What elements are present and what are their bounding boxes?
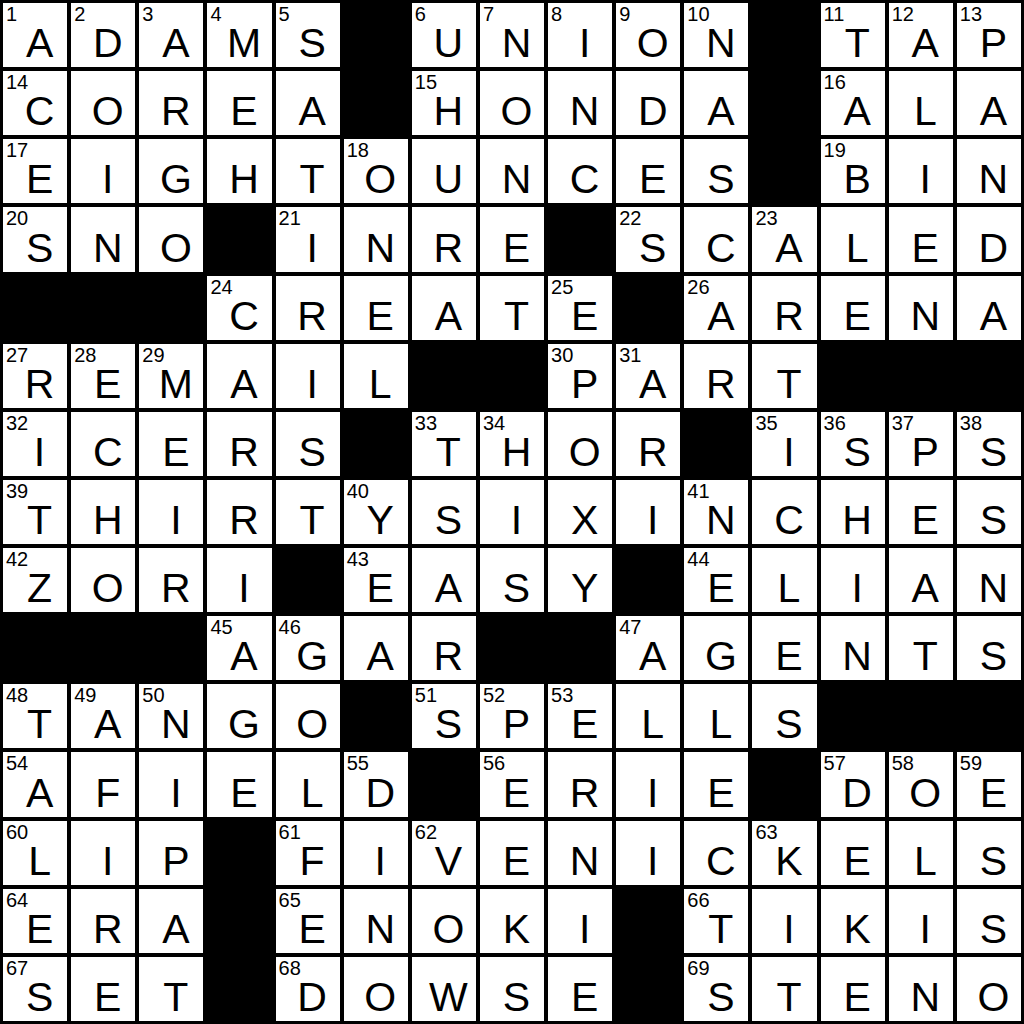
grid-cell[interactable]: E (344, 276, 408, 340)
black-cell (548, 616, 612, 680)
cell-letter: I (71, 841, 135, 882)
grid-cell[interactable]: 61F (276, 821, 340, 885)
cell-letter: N (684, 23, 748, 64)
grid-cell[interactable]: L (889, 821, 953, 885)
grid-cell[interactable]: L (684, 684, 748, 748)
cell-letter: L (276, 773, 340, 814)
grid-cell[interactable]: L (889, 71, 953, 135)
black-cell (616, 957, 680, 1021)
grid-cell[interactable]: 26A (684, 276, 748, 340)
grid-cell[interactable]: H (207, 139, 271, 203)
grid-cell[interactable]: R (139, 548, 203, 612)
grid-cell[interactable]: I (548, 889, 612, 953)
cell-letter: H (412, 91, 476, 132)
cell-letter: D (276, 977, 340, 1018)
grid-cell[interactable]: G (139, 139, 203, 203)
cell-letter: A (616, 364, 680, 405)
grid-cell[interactable]: I (752, 889, 816, 953)
grid-cell[interactable]: A (684, 71, 748, 135)
grid-cell[interactable]: L (344, 344, 408, 408)
grid-cell[interactable]: I (616, 752, 680, 816)
grid-cell[interactable]: A (889, 548, 953, 612)
grid-cell[interactable]: 29M (139, 344, 203, 408)
clue-number: 9 (619, 4, 630, 25)
grid-cell[interactable]: H (71, 480, 135, 544)
cell-letter: T (3, 500, 67, 541)
grid-cell[interactable]: 28E (71, 344, 135, 408)
grid-cell[interactable]: 19B (821, 139, 885, 203)
cell-letter: O (139, 228, 203, 269)
clue-number: 8 (551, 4, 562, 25)
crossword-grid: 1A2D3A4M5S6U7N8I9O10N11T12A13P14COREA15H… (0, 0, 1024, 1024)
grid-cell[interactable]: 11T (821, 3, 885, 67)
grid-cell[interactable]: R (207, 480, 271, 544)
grid-cell[interactable]: Y (548, 548, 612, 612)
cell-letter: O (616, 23, 680, 64)
cell-letter: E (480, 841, 544, 882)
grid-cell[interactable]: I (71, 821, 135, 885)
grid-cell[interactable]: E (821, 957, 885, 1021)
cell-letter: E (821, 296, 885, 337)
grid-cell[interactable]: E (207, 752, 271, 816)
grid-cell[interactable]: 50N (139, 684, 203, 748)
cell-letter: S (957, 500, 1021, 541)
cell-letter: P (480, 704, 544, 745)
grid-cell[interactable]: O (139, 207, 203, 271)
grid-cell[interactable]: L (752, 548, 816, 612)
cell-letter: W (412, 977, 476, 1018)
grid-cell[interactable]: R (276, 276, 340, 340)
grid-cell[interactable]: I (480, 480, 544, 544)
grid-cell[interactable]: 57D (821, 752, 885, 816)
grid-cell[interactable]: R (412, 616, 476, 680)
cell-letter: O (412, 909, 476, 950)
clue-number: 2 (74, 4, 85, 25)
clue-number: 39 (6, 481, 28, 502)
grid-cell[interactable]: 60L (3, 821, 67, 885)
grid-cell[interactable]: F (71, 752, 135, 816)
cell-letter: P (889, 432, 953, 473)
cell-letter: H (71, 500, 135, 541)
cell-letter: P (139, 841, 203, 882)
cell-letter: E (548, 704, 612, 745)
grid-cell[interactable]: N (548, 821, 612, 885)
black-cell (344, 71, 408, 135)
grid-cell[interactable]: E (821, 276, 885, 340)
cell-letter: N (71, 228, 135, 269)
black-cell (616, 548, 680, 612)
grid-cell[interactable]: 66T (684, 889, 748, 953)
cell-letter: N (548, 841, 612, 882)
clue-number: 33 (415, 413, 437, 434)
cell-letter: D (71, 23, 135, 64)
grid-cell[interactable]: E (480, 207, 544, 271)
clue-number: 40 (347, 481, 369, 502)
grid-cell[interactable]: 22S (616, 207, 680, 271)
grid-cell[interactable]: O (71, 548, 135, 612)
cell-letter: E (3, 159, 67, 200)
cell-letter: R (276, 296, 340, 337)
grid-cell[interactable]: 64E (3, 889, 67, 953)
grid-cell[interactable]: 43E (344, 548, 408, 612)
grid-cell[interactable]: 42Z (3, 548, 67, 612)
cell-letter: A (684, 296, 748, 337)
grid-cell[interactable]: 40Y (344, 480, 408, 544)
cell-letter: E (276, 909, 340, 950)
cell-letter: I (752, 432, 816, 473)
grid-cell[interactable]: S (957, 821, 1021, 885)
grid-cell[interactable]: I (616, 821, 680, 885)
grid-cell[interactable]: 44E (684, 548, 748, 612)
cell-letter: L (821, 228, 885, 269)
cell-letter: E (548, 296, 612, 337)
grid-cell[interactable]: T (480, 276, 544, 340)
grid-cell[interactable]: A (957, 71, 1021, 135)
grid-cell[interactable]: R (71, 889, 135, 953)
clue-number: 62 (415, 822, 437, 843)
cell-letter: T (821, 23, 885, 64)
clue-number: 25 (551, 277, 573, 298)
grid-cell[interactable]: N (71, 207, 135, 271)
grid-cell[interactable]: R (616, 412, 680, 476)
grid-cell[interactable]: N (889, 276, 953, 340)
grid-cell[interactable]: 5S (276, 3, 340, 67)
grid-cell[interactable]: 24C (207, 276, 271, 340)
grid-cell[interactable]: R (412, 207, 476, 271)
black-cell (207, 889, 271, 953)
grid-cell[interactable]: L (616, 684, 680, 748)
grid-cell[interactable]: 46G (276, 616, 340, 680)
grid-cell[interactable]: X (548, 480, 612, 544)
grid-cell[interactable]: D (616, 71, 680, 135)
grid-cell[interactable]: I (821, 548, 885, 612)
clue-number: 53 (551, 685, 573, 706)
cell-letter: O (344, 159, 408, 200)
grid-cell[interactable]: S (957, 889, 1021, 953)
grid-cell[interactable]: E (752, 616, 816, 680)
grid-cell[interactable]: S (684, 139, 748, 203)
clue-number: 21 (279, 208, 301, 229)
grid-cell[interactable]: O (548, 412, 612, 476)
grid-cell[interactable]: W (412, 957, 476, 1021)
grid-cell[interactable]: I (889, 139, 953, 203)
grid-cell[interactable]: C (548, 139, 612, 203)
cell-letter: O (480, 91, 544, 132)
grid-cell[interactable]: N (344, 207, 408, 271)
grid-cell[interactable]: 30P (548, 344, 612, 408)
grid-cell[interactable]: I (616, 480, 680, 544)
grid-cell[interactable]: N (480, 139, 544, 203)
clue-number: 54 (6, 753, 28, 774)
cell-letter: L (889, 91, 953, 132)
cell-letter: C (207, 296, 271, 337)
cell-letter: E (889, 500, 953, 541)
cell-letter: C (684, 228, 748, 269)
grid-cell[interactable]: C (71, 412, 135, 476)
grid-cell[interactable]: C (684, 207, 748, 271)
grid-cell[interactable]: 38S (957, 412, 1021, 476)
grid-cell[interactable]: U (412, 139, 476, 203)
grid-cell[interactable]: N (548, 71, 612, 135)
clue-number: 66 (687, 890, 709, 911)
grid-cell[interactable]: 15H (412, 71, 476, 135)
grid-cell[interactable]: 4M (207, 3, 271, 67)
cell-letter: N (889, 977, 953, 1018)
grid-cell[interactable]: H (821, 480, 885, 544)
grid-cell[interactable]: E (548, 957, 612, 1021)
cell-letter: N (139, 704, 203, 745)
cell-letter: F (276, 841, 340, 882)
cell-letter: R (616, 432, 680, 473)
grid-cell[interactable]: O (480, 71, 544, 135)
grid-cell[interactable]: A (207, 344, 271, 408)
grid-cell[interactable]: E (616, 139, 680, 203)
grid-cell[interactable]: 12A (889, 3, 953, 67)
grid-cell[interactable]: K (480, 889, 544, 953)
clue-number: 32 (6, 413, 28, 434)
cell-letter: I (207, 568, 271, 609)
grid-cell[interactable]: 35I (752, 412, 816, 476)
grid-cell[interactable]: 1A (3, 3, 67, 67)
grid-cell[interactable]: S (480, 957, 544, 1021)
black-cell (344, 684, 408, 748)
cell-letter: D (957, 228, 1021, 269)
clue-number: 3 (142, 4, 153, 25)
grid-cell[interactable]: A (139, 889, 203, 953)
grid-cell[interactable]: L (821, 207, 885, 271)
grid-cell[interactable]: 45A (207, 616, 271, 680)
grid-cell[interactable]: 9O (616, 3, 680, 67)
grid-cell[interactable]: 33T (412, 412, 476, 476)
cell-letter: I (821, 568, 885, 609)
grid-cell[interactable]: 56E (480, 752, 544, 816)
grid-cell[interactable]: I (207, 548, 271, 612)
grid-cell[interactable]: R (684, 344, 748, 408)
grid-cell[interactable]: I (276, 344, 340, 408)
grid-cell[interactable]: 68D (276, 957, 340, 1021)
grid-cell[interactable]: 69S (684, 957, 748, 1021)
grid-cell[interactable]: 37P (889, 412, 953, 476)
grid-cell[interactable]: I (139, 480, 203, 544)
grid-cell[interactable]: 14C (3, 71, 67, 135)
grid-cell[interactable]: 48T (3, 684, 67, 748)
grid-cell[interactable]: A (412, 276, 476, 340)
cell-letter: E (821, 977, 885, 1018)
grid-cell[interactable]: T (139, 957, 203, 1021)
cell-letter: I (616, 841, 680, 882)
grid-cell[interactable]: S (276, 412, 340, 476)
clue-number: 7 (483, 4, 494, 25)
grid-cell[interactable]: 65E (276, 889, 340, 953)
grid-cell[interactable]: 55D (344, 752, 408, 816)
cell-letter: L (3, 841, 67, 882)
grid-cell[interactable]: 39T (3, 480, 67, 544)
grid-cell[interactable]: A (276, 71, 340, 135)
cell-letter: A (207, 636, 271, 677)
clue-number: 6 (415, 4, 426, 25)
grid-cell[interactable]: A (344, 616, 408, 680)
black-cell (480, 344, 544, 408)
grid-cell[interactable]: K (821, 889, 885, 953)
grid-cell[interactable]: 20S (3, 207, 67, 271)
grid-cell[interactable]: 27R (3, 344, 67, 408)
cell-letter: A (889, 23, 953, 64)
grid-cell[interactable]: 53E (548, 684, 612, 748)
cell-letter: K (480, 909, 544, 950)
cell-letter: N (548, 91, 612, 132)
grid-cell[interactable]: S (957, 616, 1021, 680)
grid-cell[interactable]: 41N (684, 480, 748, 544)
cell-letter: A (957, 296, 1021, 337)
cell-letter: E (957, 773, 1021, 814)
grid-cell[interactable]: E (139, 412, 203, 476)
cell-letter: A (3, 23, 67, 64)
grid-cell[interactable]: 63K (752, 821, 816, 885)
cell-letter: N (480, 23, 544, 64)
grid-cell[interactable]: G (684, 616, 748, 680)
cell-letter: E (139, 432, 203, 473)
grid-cell[interactable]: 8I (548, 3, 612, 67)
cell-letter: O (71, 568, 135, 609)
grid-cell[interactable]: 25E (548, 276, 612, 340)
grid-cell[interactable]: N (957, 548, 1021, 612)
cell-letter: H (207, 159, 271, 200)
grid-cell[interactable]: O (276, 684, 340, 748)
grid-cell[interactable]: S (752, 684, 816, 748)
black-cell (71, 616, 135, 680)
cell-letter: E (344, 568, 408, 609)
grid-cell[interactable]: 16A (821, 71, 885, 135)
grid-cell[interactable]: E (207, 71, 271, 135)
cell-letter: S (276, 23, 340, 64)
grid-cell[interactable]: 13P (957, 3, 1021, 67)
cell-letter: M (207, 23, 271, 64)
cell-letter: A (412, 568, 476, 609)
grid-cell[interactable]: 10N (684, 3, 748, 67)
grid-cell[interactable]: T (752, 957, 816, 1021)
grid-cell[interactable]: A (412, 548, 476, 612)
grid-cell[interactable]: N (957, 139, 1021, 203)
grid-cell[interactable]: I (71, 139, 135, 203)
grid-cell[interactable]: 51S (412, 684, 476, 748)
grid-cell[interactable]: T (889, 616, 953, 680)
grid-cell[interactable]: 54A (3, 752, 67, 816)
grid-cell[interactable]: P (139, 821, 203, 885)
clue-number: 38 (960, 413, 982, 434)
grid-cell[interactable]: 3A (139, 3, 203, 67)
cell-letter: C (684, 841, 748, 882)
cell-letter: I (889, 159, 953, 200)
grid-cell[interactable]: T (276, 139, 340, 203)
grid-cell[interactable]: I (344, 821, 408, 885)
cell-letter: T (276, 159, 340, 200)
cell-letter: S (3, 977, 67, 1018)
grid-cell[interactable]: E (684, 752, 748, 816)
clue-number: 61 (279, 822, 301, 843)
grid-cell[interactable]: 62V (412, 821, 476, 885)
grid-cell[interactable]: S (957, 480, 1021, 544)
grid-cell[interactable]: 2D (71, 3, 135, 67)
cell-letter: S (616, 228, 680, 269)
grid-cell[interactable]: 32I (3, 412, 67, 476)
grid-cell[interactable]: I (139, 752, 203, 816)
grid-cell[interactable]: 47A (616, 616, 680, 680)
cell-letter: D (616, 91, 680, 132)
cell-letter: R (207, 432, 271, 473)
grid-cell[interactable]: O (412, 889, 476, 953)
grid-cell[interactable]: E (889, 207, 953, 271)
cell-letter: P (957, 23, 1021, 64)
clue-number: 20 (6, 208, 28, 229)
grid-cell[interactable]: D (957, 207, 1021, 271)
cell-letter: I (276, 364, 340, 405)
black-cell (207, 207, 271, 271)
cell-letter: B (821, 159, 885, 200)
cell-letter: E (616, 159, 680, 200)
grid-cell[interactable]: E (889, 480, 953, 544)
grid-cell[interactable]: E (480, 821, 544, 885)
grid-cell[interactable]: 23A (752, 207, 816, 271)
black-cell (616, 889, 680, 953)
grid-cell[interactable]: C (684, 821, 748, 885)
grid-cell[interactable]: 31A (616, 344, 680, 408)
grid-cell[interactable]: 34H (480, 412, 544, 476)
grid-cell[interactable]: 21I (276, 207, 340, 271)
grid-cell[interactable]: E (71, 957, 135, 1021)
grid-cell[interactable]: T (752, 344, 816, 408)
grid-cell[interactable]: N (821, 616, 885, 680)
grid-cell[interactable]: 6U (412, 3, 476, 67)
grid-cell[interactable]: N (344, 889, 408, 953)
grid-cell[interactable]: G (207, 684, 271, 748)
grid-cell[interactable]: 49A (71, 684, 135, 748)
cell-letter: S (684, 977, 748, 1018)
cell-letter: K (752, 841, 816, 882)
grid-cell[interactable]: R (752, 276, 816, 340)
grid-cell[interactable]: C (752, 480, 816, 544)
grid-cell[interactable]: 52P (480, 684, 544, 748)
grid-cell[interactable]: 59E (957, 752, 1021, 816)
grid-cell[interactable]: R (207, 412, 271, 476)
cell-letter: E (889, 228, 953, 269)
cell-letter: R (207, 500, 271, 541)
grid-cell[interactable]: 67S (3, 957, 67, 1021)
grid-cell[interactable]: R (548, 752, 612, 816)
cell-letter: O (889, 773, 953, 814)
grid-cell[interactable]: S (480, 548, 544, 612)
grid-cell[interactable]: N (889, 957, 953, 1021)
grid-cell[interactable]: 17E (3, 139, 67, 203)
grid-cell[interactable]: L (276, 752, 340, 816)
grid-cell[interactable]: A (957, 276, 1021, 340)
clue-number: 67 (6, 958, 28, 979)
grid-cell[interactable]: S (412, 480, 476, 544)
cell-letter: O (957, 977, 1021, 1018)
grid-cell[interactable]: O (957, 957, 1021, 1021)
grid-cell[interactable]: 36S (821, 412, 885, 476)
grid-cell[interactable]: 7N (480, 3, 544, 67)
grid-cell[interactable]: R (139, 71, 203, 135)
grid-cell[interactable]: O (344, 957, 408, 1021)
grid-cell[interactable]: T (276, 480, 340, 544)
grid-cell[interactable]: 58O (889, 752, 953, 816)
grid-cell[interactable]: I (889, 889, 953, 953)
grid-cell[interactable]: O (71, 71, 135, 135)
grid-cell[interactable]: E (821, 821, 885, 885)
cell-letter: E (480, 773, 544, 814)
cell-letter: I (139, 500, 203, 541)
grid-cell[interactable]: 18O (344, 139, 408, 203)
